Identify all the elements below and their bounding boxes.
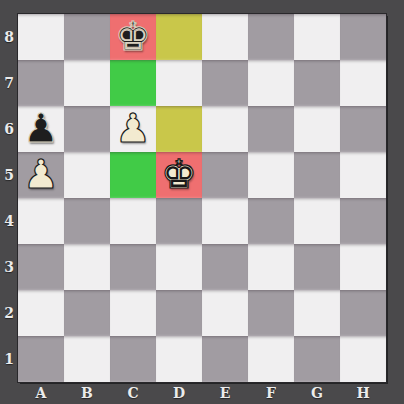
square-h5[interactable]: [340, 152, 386, 198]
square-a5[interactable]: ♟: [18, 152, 64, 198]
square-c2[interactable]: [110, 290, 156, 336]
rank-label-4: 4: [0, 198, 18, 244]
file-label-d: D: [156, 382, 202, 404]
square-d3[interactable]: [156, 244, 202, 290]
square-c1[interactable]: [110, 336, 156, 382]
white-pawn-piece[interactable]: ♟: [23, 154, 59, 194]
rank-label-2: 2: [0, 290, 18, 336]
square-b4[interactable]: [64, 198, 110, 244]
square-f8[interactable]: [248, 14, 294, 60]
square-c3[interactable]: [110, 244, 156, 290]
square-g1[interactable]: [294, 336, 340, 382]
square-a3[interactable]: [18, 244, 64, 290]
square-g2[interactable]: [294, 290, 340, 336]
square-b6[interactable]: [64, 106, 110, 152]
square-b1[interactable]: [64, 336, 110, 382]
black-pawn-piece[interactable]: ♟: [23, 108, 59, 148]
square-c8[interactable]: ♚: [110, 14, 156, 60]
square-g3[interactable]: [294, 244, 340, 290]
file-labels: ABCDEFGH: [18, 382, 386, 404]
square-h7[interactable]: [340, 60, 386, 106]
square-d6[interactable]: [156, 106, 202, 152]
square-b3[interactable]: [64, 244, 110, 290]
rank-label-5: 5: [0, 152, 18, 198]
rank-label-3: 3: [0, 244, 18, 290]
rank-label-1: 1: [0, 336, 18, 382]
square-a4[interactable]: [18, 198, 64, 244]
square-h3[interactable]: [340, 244, 386, 290]
square-h1[interactable]: [340, 336, 386, 382]
file-label-e: E: [202, 382, 248, 404]
rank-label-7: 7: [0, 60, 18, 106]
square-d1[interactable]: [156, 336, 202, 382]
rank-label-8: 8: [0, 14, 18, 60]
white-pawn-piece[interactable]: ♟: [115, 108, 151, 148]
square-h8[interactable]: [340, 14, 386, 60]
square-b2[interactable]: [64, 290, 110, 336]
square-f4[interactable]: [248, 198, 294, 244]
square-e8[interactable]: [202, 14, 248, 60]
square-g7[interactable]: [294, 60, 340, 106]
square-h4[interactable]: [340, 198, 386, 244]
square-d2[interactable]: [156, 290, 202, 336]
square-e3[interactable]: [202, 244, 248, 290]
square-h6[interactable]: [340, 106, 386, 152]
square-h2[interactable]: [340, 290, 386, 336]
square-d4[interactable]: [156, 198, 202, 244]
square-e4[interactable]: [202, 198, 248, 244]
file-label-g: G: [294, 382, 340, 404]
square-b8[interactable]: [64, 14, 110, 60]
square-g4[interactable]: [294, 198, 340, 244]
square-f3[interactable]: [248, 244, 294, 290]
square-f7[interactable]: [248, 60, 294, 106]
file-label-f: F: [248, 382, 294, 404]
file-label-h: H: [340, 382, 386, 404]
square-b5[interactable]: [64, 152, 110, 198]
square-b7[interactable]: [64, 60, 110, 106]
square-f5[interactable]: [248, 152, 294, 198]
square-f6[interactable]: [248, 106, 294, 152]
square-c5[interactable]: [110, 152, 156, 198]
square-a1[interactable]: [18, 336, 64, 382]
square-a6[interactable]: ♟: [18, 106, 64, 152]
square-d8[interactable]: [156, 14, 202, 60]
file-label-b: B: [64, 382, 110, 404]
square-d5[interactable]: ♚: [156, 152, 202, 198]
square-c7[interactable]: [110, 60, 156, 106]
square-a8[interactable]: [18, 14, 64, 60]
chess-board-frame: 87654321 ♚♟♟♟♚ ABCDEFGH: [0, 0, 404, 404]
square-e7[interactable]: [202, 60, 248, 106]
chess-board[interactable]: ♚♟♟♟♚: [18, 14, 386, 382]
square-f1[interactable]: [248, 336, 294, 382]
file-label-c: C: [110, 382, 156, 404]
square-c4[interactable]: [110, 198, 156, 244]
square-e6[interactable]: [202, 106, 248, 152]
square-f2[interactable]: [248, 290, 294, 336]
square-e1[interactable]: [202, 336, 248, 382]
square-g5[interactable]: [294, 152, 340, 198]
rank-label-6: 6: [0, 106, 18, 152]
black-king-piece[interactable]: ♚: [115, 16, 151, 56]
square-g6[interactable]: [294, 106, 340, 152]
square-e5[interactable]: [202, 152, 248, 198]
square-d7[interactable]: [156, 60, 202, 106]
rank-labels: 87654321: [0, 14, 18, 382]
white-king-piece[interactable]: ♚: [161, 154, 197, 194]
file-label-a: A: [18, 382, 64, 404]
square-a2[interactable]: [18, 290, 64, 336]
square-c6[interactable]: ♟: [110, 106, 156, 152]
square-e2[interactable]: [202, 290, 248, 336]
square-g8[interactable]: [294, 14, 340, 60]
square-a7[interactable]: [18, 60, 64, 106]
